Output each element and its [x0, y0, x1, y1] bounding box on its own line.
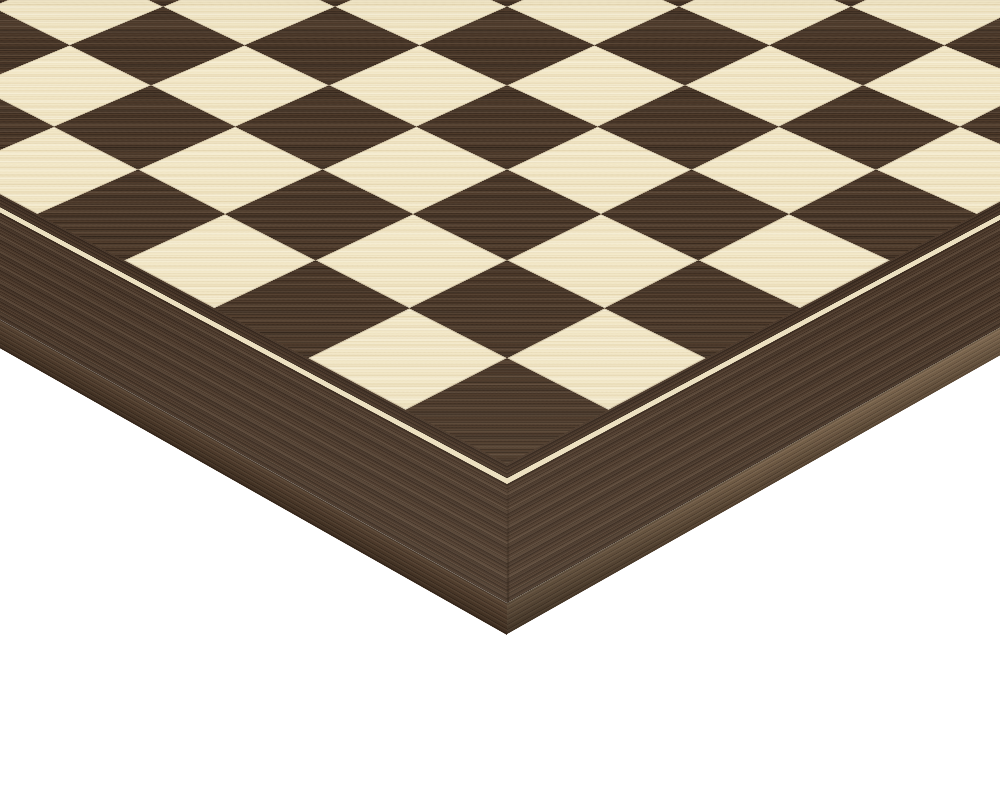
- board-top-face: [0, 0, 1000, 603]
- product-photo-scene: [0, 0, 1000, 800]
- frame-miter-seam: [507, 483, 509, 603]
